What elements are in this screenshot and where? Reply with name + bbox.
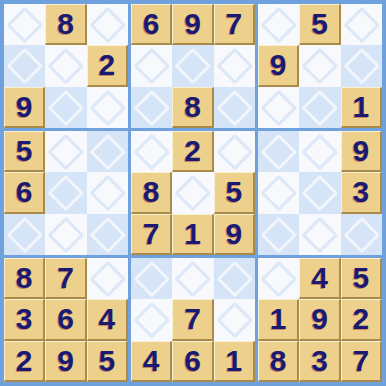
sudoku-box: 56 — [4, 131, 128, 255]
diamond-icon — [261, 175, 297, 211]
diamond-icon — [175, 175, 211, 211]
cell-r2c6[interactable] — [214, 45, 255, 86]
cell-r6c7[interactable] — [258, 214, 299, 255]
cell-r6c9[interactable] — [341, 214, 382, 255]
cell-r6c2[interactable] — [45, 214, 86, 255]
diamond-icon — [7, 48, 43, 84]
cell-r8c4[interactable] — [131, 299, 172, 340]
diamond-icon — [343, 7, 379, 43]
cell-r2c1[interactable] — [4, 45, 45, 86]
cell-r5c1: 6 — [4, 172, 45, 213]
cell-r4c7[interactable] — [258, 131, 299, 172]
cell-r6c4: 7 — [131, 214, 172, 255]
cell-r6c3[interactable] — [87, 214, 128, 255]
cell-r1c2: 8 — [45, 4, 86, 45]
cell-r2c9[interactable] — [341, 45, 382, 86]
cell-r3c8[interactable] — [299, 87, 340, 128]
diamond-icon — [302, 48, 338, 84]
cell-r3c9: 1 — [341, 87, 382, 128]
cell-r6c6: 9 — [214, 214, 255, 255]
cell-r7c4[interactable] — [131, 258, 172, 299]
sudoku-box: 87364295 — [4, 258, 128, 382]
diamond-icon — [89, 216, 125, 252]
cell-r7c2: 7 — [45, 258, 86, 299]
diamond-icon — [134, 48, 170, 84]
diamond-icon — [302, 175, 338, 211]
cell-r3c4[interactable] — [131, 87, 172, 128]
diamond-icon — [216, 48, 252, 84]
diamond-icon — [216, 89, 252, 125]
cell-r7c8: 4 — [299, 258, 340, 299]
cell-r3c2[interactable] — [45, 87, 86, 128]
sudoku-box: 45192837 — [258, 258, 382, 382]
diamond-icon — [7, 7, 43, 43]
cell-r3c1: 9 — [4, 87, 45, 128]
cell-r7c6[interactable] — [214, 258, 255, 299]
diamond-icon — [261, 261, 297, 297]
diamond-icon — [261, 7, 297, 43]
cell-r4c3[interactable] — [87, 131, 128, 172]
cell-r4c4[interactable] — [131, 131, 172, 172]
sudoku-box: 285719 — [131, 131, 255, 255]
cell-r7c9: 5 — [341, 258, 382, 299]
sudoku-box: 93 — [258, 131, 382, 255]
cell-r8c9: 2 — [341, 299, 382, 340]
diamond-icon — [302, 134, 338, 170]
cell-r4c9: 9 — [341, 131, 382, 172]
diamond-icon — [89, 7, 125, 43]
cell-r5c5[interactable] — [172, 172, 213, 213]
cell-r1c5: 9 — [172, 4, 213, 45]
cell-r9c5: 6 — [172, 341, 213, 382]
cell-r9c7: 8 — [258, 341, 299, 382]
diamond-icon — [134, 261, 170, 297]
cell-r4c8[interactable] — [299, 131, 340, 172]
cell-r7c3[interactable] — [87, 258, 128, 299]
diamond-icon — [48, 89, 84, 125]
diamond-icon — [343, 216, 379, 252]
cell-r4c5: 2 — [172, 131, 213, 172]
cell-r8c5: 7 — [172, 299, 213, 340]
cell-r1c1[interactable] — [4, 4, 45, 45]
cell-r9c9: 7 — [341, 341, 382, 382]
cell-r3c5: 8 — [172, 87, 213, 128]
sudoku-box: 829 — [4, 4, 128, 128]
cell-r4c2[interactable] — [45, 131, 86, 172]
cell-r5c4: 8 — [131, 172, 172, 213]
cell-r9c3: 5 — [87, 341, 128, 382]
cell-r8c6[interactable] — [214, 299, 255, 340]
cell-r3c7[interactable] — [258, 87, 299, 128]
diamond-icon — [175, 261, 211, 297]
cell-r1c9[interactable] — [341, 4, 382, 45]
diamond-icon — [216, 261, 252, 297]
diamond-icon — [89, 89, 125, 125]
cell-r8c2: 6 — [45, 299, 86, 340]
cell-r5c2[interactable] — [45, 172, 86, 213]
cell-r8c8: 9 — [299, 299, 340, 340]
diamond-icon — [48, 48, 84, 84]
cell-r1c8: 5 — [299, 4, 340, 45]
diamond-icon — [134, 89, 170, 125]
diamond-icon — [134, 134, 170, 170]
cell-r4c6[interactable] — [214, 131, 255, 172]
cell-r9c2: 9 — [45, 341, 86, 382]
sudoku-box: 6978 — [131, 4, 255, 128]
diamond-icon — [343, 48, 379, 84]
diamond-icon — [302, 216, 338, 252]
cell-r9c6: 1 — [214, 341, 255, 382]
cell-r1c3[interactable] — [87, 4, 128, 45]
cell-r7c1: 8 — [4, 258, 45, 299]
cell-r8c7: 1 — [258, 299, 299, 340]
cell-r6c8[interactable] — [299, 214, 340, 255]
cell-r5c8[interactable] — [299, 172, 340, 213]
cell-r2c7: 9 — [258, 45, 299, 86]
diamond-icon — [48, 175, 84, 211]
cell-r7c5[interactable] — [172, 258, 213, 299]
diamond-icon — [216, 302, 252, 338]
cell-r2c3: 2 — [87, 45, 128, 86]
diamond-icon — [48, 134, 84, 170]
cell-r6c1[interactable] — [4, 214, 45, 255]
cell-r1c4: 6 — [131, 4, 172, 45]
diamond-icon — [134, 302, 170, 338]
diamond-icon — [261, 216, 297, 252]
diamond-icon — [302, 89, 338, 125]
diamond-icon — [89, 261, 125, 297]
sudoku-board: 829 6978 591 56 285719 93 87364295 7461 … — [0, 0, 386, 386]
cell-r6c5: 1 — [172, 214, 213, 255]
cell-r8c3: 4 — [87, 299, 128, 340]
diamond-icon — [89, 175, 125, 211]
diamond-icon — [89, 134, 125, 170]
diamond-icon — [7, 216, 43, 252]
cell-r2c8[interactable] — [299, 45, 340, 86]
cell-r8c1: 3 — [4, 299, 45, 340]
diamond-icon — [261, 89, 297, 125]
sudoku-box: 7461 — [131, 258, 255, 382]
cell-r9c8: 3 — [299, 341, 340, 382]
cell-r5c7[interactable] — [258, 172, 299, 213]
cell-r9c1: 2 — [4, 341, 45, 382]
cell-r3c3[interactable] — [87, 87, 128, 128]
diamond-icon — [48, 216, 84, 252]
cell-r1c6: 7 — [214, 4, 255, 45]
cell-r5c9: 3 — [341, 172, 382, 213]
diamond-icon — [175, 48, 211, 84]
cell-r5c6: 5 — [214, 172, 255, 213]
cell-r4c1: 5 — [4, 131, 45, 172]
sudoku-box: 591 — [258, 4, 382, 128]
cell-r7c7[interactable] — [258, 258, 299, 299]
cell-r1c7[interactable] — [258, 4, 299, 45]
cell-r2c2[interactable] — [45, 45, 86, 86]
cell-r2c4[interactable] — [131, 45, 172, 86]
diamond-icon — [216, 134, 252, 170]
cell-r3c6[interactable] — [214, 87, 255, 128]
cell-r9c4: 4 — [131, 341, 172, 382]
diamond-icon — [261, 134, 297, 170]
cell-r2c5[interactable] — [172, 45, 213, 86]
cell-r5c3[interactable] — [87, 172, 128, 213]
